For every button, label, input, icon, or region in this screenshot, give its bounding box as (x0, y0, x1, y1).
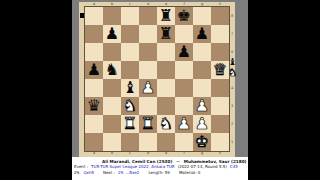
square-a1 (85, 133, 103, 151)
square-e4 (157, 79, 175, 97)
eco-code: C45 (230, 164, 238, 169)
square-g4 (193, 79, 211, 97)
square-c3: ♞ (121, 97, 139, 115)
square-c7 (121, 25, 139, 43)
square-h1 (211, 133, 229, 151)
chess-board: abcdefgh ♜♚♟♜♟♟♟♞♛♝♟♛♞♟♜♜♞♟♟♚ 87654321 a… (79, 2, 235, 157)
square-c2: ♜ (121, 115, 139, 133)
black-rook: ♜ (157, 25, 175, 43)
square-d1 (139, 133, 157, 151)
move-line: 29.Qxh5Next :29. ...Bxe2Length: 59Materi… (74, 170, 248, 176)
square-f5 (175, 61, 193, 79)
square-f6: ♟ (175, 43, 193, 61)
white-pawn: ♟ (193, 115, 211, 133)
game-caption: Ali Marandi, Cemil Can (2530)--Muhammeto… (72, 157, 248, 180)
square-f4 (175, 79, 193, 97)
event-label: Event : (74, 164, 88, 169)
black-rook: ♜ (157, 7, 175, 25)
white-king: ♚ (193, 133, 211, 151)
next-label: Next : (103, 170, 115, 175)
chess-diagram: abcdefgh ♜♚♟♜♟♟♟♞♛♝♟♛♞♟♜♜♞♟♟♚ 87654321 a… (72, 0, 248, 180)
file-label-h: h (211, 151, 229, 156)
players-separator: -- (176, 159, 179, 164)
square-b3 (103, 97, 121, 115)
white-pawn: ♟ (139, 79, 157, 97)
file-label-f: f (175, 151, 193, 156)
square-d3 (139, 97, 157, 115)
square-e8: ♜ (157, 7, 175, 25)
square-g6 (193, 43, 211, 61)
white-player-name: Ali Marandi, Cemil Can (2530) (102, 159, 172, 164)
square-g5 (193, 61, 211, 79)
square-e3 (157, 97, 175, 115)
square-a4 (85, 79, 103, 97)
square-a8 (85, 7, 103, 25)
square-f1 (175, 133, 193, 151)
rank-label-7: 7 (229, 25, 235, 43)
square-b1 (103, 133, 121, 151)
square-f7 (175, 25, 193, 43)
square-b6 (103, 43, 121, 61)
square-f2: ♟ (175, 115, 193, 133)
file-label-g: g (193, 151, 211, 156)
square-e7: ♜ (157, 25, 175, 43)
square-a6 (85, 43, 103, 61)
video-frame: abcdefgh ♜♚♟♜♟♟♟♞♛♝♟♛♞♟♜♜♞♟♟♚ 87654321 a… (0, 0, 320, 180)
square-a3: ♛ (85, 97, 103, 115)
square-d2: ♜ (139, 115, 157, 133)
material-imbalance-icons: ♝♞ (226, 56, 239, 78)
square-e1 (157, 133, 175, 151)
square-c6 (121, 43, 139, 61)
black-pawn: ♟ (175, 43, 193, 61)
rank-labels: 87654321 (229, 7, 235, 151)
white-knight: ♞ (121, 97, 139, 115)
square-a2 (85, 115, 103, 133)
square-c8 (121, 7, 139, 25)
square-c4: ♝ (121, 79, 139, 97)
move-number: 29. (74, 170, 80, 175)
black-knight: ♞ (103, 61, 121, 79)
square-g8 (193, 7, 211, 25)
square-h7 (211, 25, 229, 43)
square-g2: ♟ (193, 115, 211, 133)
black-player-name: Muhammetov, Saur (2180) (184, 159, 247, 164)
square-h4 (211, 79, 229, 97)
material-balance: Material: 0 (179, 170, 200, 175)
file-label-e: e (157, 151, 175, 156)
square-g7: ♟ (193, 25, 211, 43)
square-h8 (211, 7, 229, 25)
white-knight: ♞ (157, 115, 175, 133)
event-name: TUR-TUR Super League 2022, Ankara TUR (91, 164, 175, 169)
next-move: 29. ...Bxe2 (118, 170, 139, 175)
square-c5 (121, 61, 139, 79)
square-h3 (211, 97, 229, 115)
white-rook: ♜ (139, 115, 157, 133)
black-queen: ♛ (85, 97, 103, 115)
square-b5: ♞ (103, 61, 121, 79)
square-b2 (103, 115, 121, 133)
black-bishop: ♝ (121, 79, 139, 97)
square-h2 (211, 115, 229, 133)
file-label-b: b (103, 151, 121, 156)
rank-label-4: 4 (229, 79, 235, 97)
black-bishop-icon: ♝ (228, 56, 237, 67)
square-b8 (103, 7, 121, 25)
white-pawn: ♟ (175, 115, 193, 133)
square-f8: ♚ (175, 7, 193, 25)
white-rook: ♜ (121, 115, 139, 133)
rank-label-3: 3 (229, 97, 235, 115)
square-e5 (157, 61, 175, 79)
game-length: Length: 59 (148, 170, 170, 175)
square-d7 (139, 25, 157, 43)
last-move: Qxh5 (83, 170, 94, 175)
square-e2: ♞ (157, 115, 175, 133)
square-c1 (121, 133, 139, 151)
square-b7: ♟ (103, 25, 121, 43)
file-label-c: c (121, 151, 139, 156)
square-d5 (139, 61, 157, 79)
black-pawn: ♟ (103, 25, 121, 43)
square-g3: ♟ (193, 97, 211, 115)
black-pawn: ♟ (193, 25, 211, 43)
square-g1: ♚ (193, 133, 211, 151)
square-b4 (103, 79, 121, 97)
square-d8 (139, 7, 157, 25)
square-e6 (157, 43, 175, 61)
white-knight-icon: ♞ (228, 67, 237, 78)
rank-label-1: 1 (229, 133, 235, 151)
square-d4: ♟ (139, 79, 157, 97)
file-label-d: d (139, 151, 157, 156)
square-a5: ♟ (85, 61, 103, 79)
board-grid: ♜♚♟♜♟♟♟♞♛♝♟♛♞♟♜♜♞♟♟♚ (85, 7, 229, 151)
file-label-a: a (85, 151, 103, 156)
rank-label-2: 2 (229, 115, 235, 133)
event-details: (2022-07-14, Round 5.5) (178, 164, 227, 169)
black-pawn: ♟ (85, 61, 103, 79)
square-f3 (175, 97, 193, 115)
rank-label-8: 8 (229, 7, 235, 25)
white-pawn: ♟ (193, 97, 211, 115)
black-king: ♚ (175, 7, 193, 25)
file-labels-bottom: abcdefgh (85, 151, 229, 156)
square-a7 (85, 25, 103, 43)
square-d6 (139, 43, 157, 61)
event-line: Event :TUR-TUR Super League 2022, Ankara… (74, 164, 248, 170)
